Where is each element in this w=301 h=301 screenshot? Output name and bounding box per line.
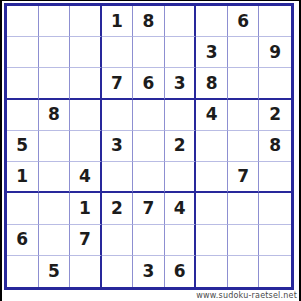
cell-r6c9[interactable]	[259, 162, 291, 193]
cell-r3c7[interactable]: 8	[196, 68, 228, 99]
cell-r5c5[interactable]	[133, 131, 165, 162]
cell-r8c2[interactable]	[39, 225, 71, 256]
cell-r1c4[interactable]: 1	[102, 6, 134, 37]
cell-r2c5[interactable]	[133, 37, 165, 68]
cell-r8c9[interactable]	[259, 225, 291, 256]
cell-r3c1[interactable]	[7, 68, 39, 99]
cell-r4c7[interactable]: 4	[196, 100, 228, 131]
cell-r3c3[interactable]	[70, 68, 102, 99]
cell-r7c5[interactable]: 7	[133, 193, 165, 224]
image-edge-right	[299, 0, 301, 301]
cell-r2c9[interactable]: 9	[259, 37, 291, 68]
cell-r9c3[interactable]	[70, 256, 102, 287]
cell-r7c4[interactable]: 2	[102, 193, 134, 224]
cell-r5c8[interactable]	[228, 131, 260, 162]
cell-r5c6[interactable]: 2	[165, 131, 197, 162]
cell-r6c2[interactable]	[39, 162, 71, 193]
cell-r4c9[interactable]: 2	[259, 100, 291, 131]
cell-r1c2[interactable]	[39, 6, 71, 37]
cell-r9c4[interactable]	[102, 256, 134, 287]
cell-r9c6[interactable]: 6	[165, 256, 197, 287]
cell-r3c4[interactable]: 7	[102, 68, 134, 99]
cell-r6c3[interactable]: 4	[70, 162, 102, 193]
sudoku-board: 1863976388425328147127467536	[4, 3, 294, 290]
cell-r7c1[interactable]	[7, 193, 39, 224]
cell-r8c5[interactable]	[133, 225, 165, 256]
cell-r3c9[interactable]	[259, 68, 291, 99]
cell-r3c2[interactable]	[39, 68, 71, 99]
cell-r2c2[interactable]	[39, 37, 71, 68]
website-watermark: www.sudoku-raetsel.net	[196, 291, 297, 300]
cell-r1c6[interactable]	[165, 6, 197, 37]
cell-r9c2[interactable]: 5	[39, 256, 71, 287]
cell-r1c8[interactable]: 6	[228, 6, 260, 37]
cell-r7c6[interactable]: 4	[165, 193, 197, 224]
cell-r1c3[interactable]	[70, 6, 102, 37]
cell-r6c7[interactable]	[196, 162, 228, 193]
cell-r6c6[interactable]	[165, 162, 197, 193]
cell-r6c5[interactable]	[133, 162, 165, 193]
cell-r4c2[interactable]: 8	[39, 100, 71, 131]
cell-r5c3[interactable]	[70, 131, 102, 162]
image-edge-top	[0, 0, 301, 1]
cell-r6c1[interactable]: 1	[7, 162, 39, 193]
cell-r7c8[interactable]	[228, 193, 260, 224]
cell-r9c7[interactable]	[196, 256, 228, 287]
cell-r7c2[interactable]	[39, 193, 71, 224]
cell-r2c7[interactable]: 3	[196, 37, 228, 68]
cell-r4c5[interactable]	[133, 100, 165, 131]
cell-r9c5[interactable]: 3	[133, 256, 165, 287]
cell-r1c1[interactable]	[7, 6, 39, 37]
cell-r8c1[interactable]: 6	[7, 225, 39, 256]
cell-r3c5[interactable]: 6	[133, 68, 165, 99]
cell-r6c4[interactable]	[102, 162, 134, 193]
cell-r1c7[interactable]	[196, 6, 228, 37]
cell-r2c3[interactable]	[70, 37, 102, 68]
cell-r1c9[interactable]	[259, 6, 291, 37]
cell-r6c8[interactable]: 7	[228, 162, 260, 193]
cell-r2c4[interactable]	[102, 37, 134, 68]
cell-r8c7[interactable]	[196, 225, 228, 256]
cell-r7c9[interactable]	[259, 193, 291, 224]
cell-r2c1[interactable]	[7, 37, 39, 68]
cell-r4c8[interactable]	[228, 100, 260, 131]
cell-r5c4[interactable]: 3	[102, 131, 134, 162]
cell-r9c1[interactable]	[7, 256, 39, 287]
cell-r5c7[interactable]	[196, 131, 228, 162]
cell-r4c3[interactable]	[70, 100, 102, 131]
cell-r4c4[interactable]	[102, 100, 134, 131]
cell-r5c9[interactable]: 8	[259, 131, 291, 162]
cell-r8c8[interactable]	[228, 225, 260, 256]
image-edge-left	[0, 0, 2, 301]
cell-r8c3[interactable]: 7	[70, 225, 102, 256]
cell-r3c8[interactable]	[228, 68, 260, 99]
cell-r2c8[interactable]	[228, 37, 260, 68]
cell-r2c6[interactable]	[165, 37, 197, 68]
cell-r8c6[interactable]	[165, 225, 197, 256]
cell-r7c7[interactable]	[196, 193, 228, 224]
cell-r8c4[interactable]	[102, 225, 134, 256]
cell-r9c8[interactable]	[228, 256, 260, 287]
cell-r9c9[interactable]	[259, 256, 291, 287]
cell-r4c1[interactable]	[7, 100, 39, 131]
cell-r4c6[interactable]	[165, 100, 197, 131]
cell-r1c5[interactable]: 8	[133, 6, 165, 37]
cell-r7c3[interactable]: 1	[70, 193, 102, 224]
cell-r3c6[interactable]: 3	[165, 68, 197, 99]
cell-r5c1[interactable]: 5	[7, 131, 39, 162]
cell-r5c2[interactable]	[39, 131, 71, 162]
sudoku-page: 1863976388425328147127467536 www.sudoku-…	[0, 0, 301, 301]
